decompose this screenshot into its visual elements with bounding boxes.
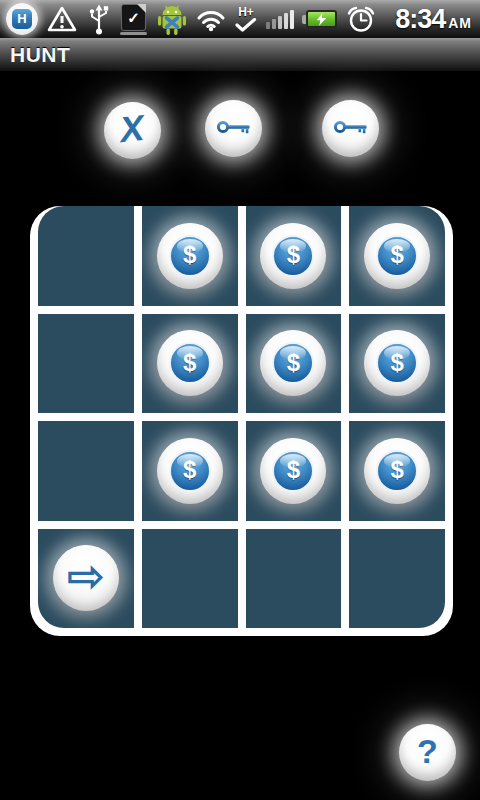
help-button[interactable]: ? xyxy=(399,724,456,781)
grid-cell-r4c1[interactable]: ⇨ xyxy=(38,529,134,629)
coin-button[interactable]: $ xyxy=(260,438,326,504)
signal-strength-icon xyxy=(266,10,294,29)
grid-cell-r1c1[interactable] xyxy=(38,206,134,306)
dollar-coin-icon: $ xyxy=(376,235,418,277)
right-arrow-icon: ⇨ xyxy=(67,553,106,599)
coin-button[interactable]: $ xyxy=(364,438,430,504)
grid-cell-r2c3[interactable]: $ xyxy=(246,314,342,414)
grid-cell-r4c3[interactable] xyxy=(246,529,342,629)
dollar-coin-icon: $ xyxy=(272,235,314,277)
h-notification-icon: H xyxy=(6,3,38,35)
grid-cell-r4c2[interactable] xyxy=(142,529,238,629)
wifi-icon xyxy=(196,7,226,32)
key-icon xyxy=(333,118,369,140)
battery-charging-icon xyxy=(302,10,337,28)
status-bar: H ✓ xyxy=(0,0,480,38)
coin-button[interactable]: $ xyxy=(157,438,223,504)
dollar-coin-icon: $ xyxy=(272,342,314,384)
question-mark-icon: ? xyxy=(417,734,438,768)
dollar-coin-icon: $ xyxy=(376,450,418,492)
grid-cell-r1c4[interactable]: $ xyxy=(349,206,445,306)
dollar-coin-icon: $ xyxy=(169,342,211,384)
download-check-icon: ✓ xyxy=(120,4,147,35)
grid-cell-r4c4[interactable] xyxy=(349,529,445,629)
key-button-2[interactable] xyxy=(322,100,379,157)
title-bar: HUNT xyxy=(0,38,480,72)
grid-cell-r3c4[interactable]: $ xyxy=(349,421,445,521)
grid-cell-r3c3[interactable]: $ xyxy=(246,421,342,521)
grid-cell-r2c1[interactable] xyxy=(38,314,134,414)
grid-cell-r3c2[interactable]: $ xyxy=(142,421,238,521)
grid-cell-r1c3[interactable]: $ xyxy=(246,206,342,306)
x-icon: X xyxy=(119,110,147,148)
coin-button[interactable]: $ xyxy=(157,330,223,396)
coin-button[interactable]: $ xyxy=(260,330,326,396)
app-title: HUNT xyxy=(0,43,70,67)
dollar-coin-icon: $ xyxy=(376,342,418,384)
grid-cell-r2c4[interactable]: $ xyxy=(349,314,445,414)
player-arrow-button[interactable]: ⇨ xyxy=(53,545,119,611)
dollar-coin-icon: $ xyxy=(169,450,211,492)
usb-icon xyxy=(87,3,111,35)
dollar-coin-icon: $ xyxy=(272,450,314,492)
dollar-coin-icon: $ xyxy=(169,235,211,277)
alarm-clock-icon xyxy=(345,4,377,34)
android-robot-icon xyxy=(157,3,187,36)
grid-cell-r2c2[interactable]: $ xyxy=(142,314,238,414)
coin-button[interactable]: $ xyxy=(364,223,430,289)
game-board: $$$$$$$$$⇨ xyxy=(30,206,453,636)
coin-button[interactable]: $ xyxy=(157,223,223,289)
close-x-button[interactable]: X xyxy=(104,102,161,159)
h-badge-letter: H xyxy=(12,9,32,29)
coin-button[interactable]: $ xyxy=(260,223,326,289)
h-plus-network-icon: H+ xyxy=(235,6,257,32)
clock-time: 8:34AM xyxy=(395,4,480,35)
grid-cell-r3c1[interactable] xyxy=(38,421,134,521)
warning-icon xyxy=(46,5,78,33)
key-icon xyxy=(216,118,252,140)
coin-button[interactable]: $ xyxy=(364,330,430,396)
grid-cell-r1c2[interactable]: $ xyxy=(142,206,238,306)
key-button-1[interactable] xyxy=(205,100,262,157)
